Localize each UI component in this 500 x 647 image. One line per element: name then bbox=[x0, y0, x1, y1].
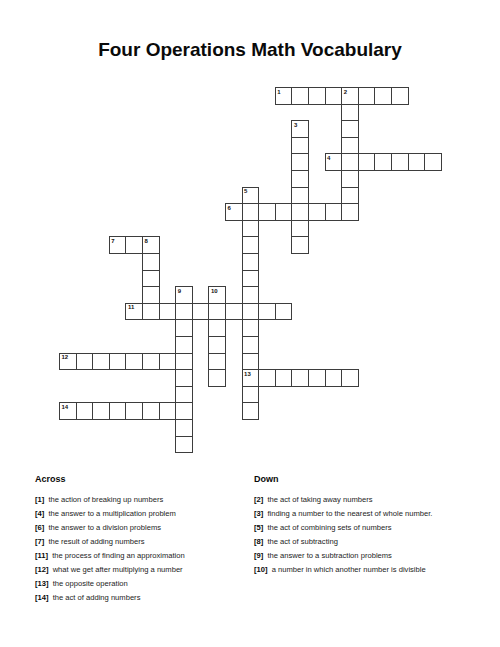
grid-cell bbox=[325, 87, 343, 105]
grid-cell bbox=[109, 402, 127, 420]
clue-item: [8] the act of subtracting bbox=[254, 535, 432, 549]
clue-item-number: [5] bbox=[254, 523, 263, 532]
across-clue-list: [1] the action of breaking up numbers[4]… bbox=[35, 493, 185, 605]
grid-cell bbox=[242, 353, 260, 371]
grid-cell: 8 bbox=[142, 236, 160, 254]
clue-item: [5] the act of combining sets of numbers bbox=[254, 521, 432, 535]
clue-item: [2] the act of taking away numbers bbox=[254, 493, 432, 507]
grid-cell bbox=[291, 203, 309, 221]
grid-cell: 9 bbox=[175, 286, 193, 304]
clue-number: 8 bbox=[145, 238, 148, 245]
grid-cell: 10 bbox=[208, 286, 226, 304]
grid-cell: 3 bbox=[291, 120, 309, 138]
grid-cell bbox=[175, 319, 193, 337]
grid-cell bbox=[291, 137, 309, 155]
grid-cell bbox=[325, 369, 343, 387]
grid-cell bbox=[159, 353, 177, 371]
grid-cell bbox=[76, 402, 94, 420]
clue-item-number: [3] bbox=[254, 509, 263, 518]
grid-cell bbox=[242, 336, 260, 354]
clue-number: 10 bbox=[211, 288, 218, 295]
grid-cell bbox=[242, 286, 260, 304]
grid-cell bbox=[242, 303, 260, 321]
grid-cell bbox=[208, 319, 226, 337]
grid-cell bbox=[374, 153, 392, 171]
grid-cell bbox=[242, 236, 260, 254]
clue-item: [1] the action of breaking up numbers bbox=[35, 493, 185, 507]
clue-item: [9] the answer to a subtraction problems bbox=[254, 549, 432, 563]
grid-cell bbox=[242, 402, 260, 420]
grid-cell bbox=[341, 369, 359, 387]
clue-number: 14 bbox=[62, 404, 69, 411]
grid-cell bbox=[308, 203, 326, 221]
down-header: Down bbox=[254, 474, 432, 484]
grid-cell bbox=[291, 153, 309, 171]
clue-item-number: [6] bbox=[35, 523, 44, 532]
clue-item-number: [11] bbox=[35, 551, 48, 560]
grid-cell bbox=[291, 187, 309, 205]
grid-cell bbox=[291, 87, 309, 105]
clue-number: 9 bbox=[178, 288, 181, 295]
grid-cell bbox=[291, 220, 309, 238]
grid-cell bbox=[208, 336, 226, 354]
grid-cell bbox=[175, 402, 193, 420]
grid-cell bbox=[308, 87, 326, 105]
grid-cell bbox=[341, 120, 359, 138]
grid-cell bbox=[275, 369, 293, 387]
clue-item: [11] the process of finding an approxima… bbox=[35, 549, 185, 563]
clue-item-number: [7] bbox=[35, 537, 44, 546]
down-clue-list: [2] the act of taking away numbers[3] fi… bbox=[254, 493, 432, 577]
grid-cell bbox=[76, 353, 94, 371]
clue-number: 12 bbox=[62, 354, 69, 361]
grid-cell bbox=[208, 369, 226, 387]
clue-item: [4] the answer to a multiplication probl… bbox=[35, 507, 185, 521]
clue-item: [7] the result of adding numbers bbox=[35, 535, 185, 549]
grid-cell bbox=[391, 153, 409, 171]
grid-cell bbox=[242, 270, 260, 288]
grid-cell bbox=[175, 436, 193, 454]
grid-cell bbox=[308, 369, 326, 387]
clue-item-number: [10] bbox=[254, 565, 268, 574]
grid-cell bbox=[258, 303, 276, 321]
grid-cell bbox=[142, 303, 160, 321]
grid-cell bbox=[275, 303, 293, 321]
grid-cell bbox=[125, 236, 143, 254]
clue-item-number: [8] bbox=[254, 537, 263, 546]
clue-number: 6 bbox=[228, 205, 231, 212]
clue-number: 7 bbox=[111, 238, 114, 245]
clue-number: 3 bbox=[294, 122, 297, 129]
grid-cell bbox=[242, 386, 260, 404]
clue-item-number: [12] bbox=[35, 565, 49, 574]
grid-cell bbox=[109, 353, 127, 371]
grid-cell bbox=[358, 87, 376, 105]
grid-cell: 13 bbox=[242, 369, 260, 387]
grid-cell: 5 bbox=[242, 187, 260, 205]
grid-cell bbox=[175, 336, 193, 354]
grid-cell bbox=[408, 153, 426, 171]
down-clues-column: Down [2] the act of taking away numbers[… bbox=[254, 474, 432, 577]
grid-cell bbox=[341, 187, 359, 205]
grid-cell bbox=[341, 170, 359, 188]
grid-cell bbox=[424, 153, 442, 171]
grid-cell bbox=[341, 153, 359, 171]
grid-cell: 11 bbox=[125, 303, 143, 321]
clue-item-number: [13] bbox=[35, 579, 49, 588]
grid-cell bbox=[242, 220, 260, 238]
page-title: Four Operations Math Vocabulary bbox=[0, 39, 500, 61]
clue-number: 13 bbox=[244, 371, 251, 378]
clue-number: 4 bbox=[327, 155, 330, 162]
grid-cell bbox=[242, 319, 260, 337]
grid-cell bbox=[208, 353, 226, 371]
grid-cell bbox=[125, 402, 143, 420]
grid-cell bbox=[142, 402, 160, 420]
grid-cell bbox=[341, 203, 359, 221]
grid-cell bbox=[142, 253, 160, 271]
grid-cell: 6 bbox=[225, 203, 243, 221]
grid-cell bbox=[175, 369, 193, 387]
grid-cell: 12 bbox=[59, 353, 77, 371]
clue-item: [14] the act of adding numbers bbox=[35, 591, 185, 605]
clue-item-number: [9] bbox=[254, 551, 263, 560]
grid-cell bbox=[258, 203, 276, 221]
grid-cell bbox=[142, 286, 160, 304]
grid-cell bbox=[341, 104, 359, 122]
clue-item-number: [14] bbox=[35, 593, 49, 602]
grid-cell bbox=[391, 87, 409, 105]
grid-cell bbox=[159, 402, 177, 420]
grid-cell bbox=[175, 419, 193, 437]
clue-number: 5 bbox=[244, 188, 247, 195]
across-clues-column: Across [1] the action of breaking up num… bbox=[35, 474, 185, 605]
grid-cell bbox=[208, 303, 226, 321]
grid-cell bbox=[175, 386, 193, 404]
grid-cell bbox=[142, 353, 160, 371]
grid-cell bbox=[325, 203, 343, 221]
grid-cell bbox=[374, 87, 392, 105]
clue-item: [3] finding a number to the nearest of w… bbox=[254, 507, 432, 521]
grid-cell bbox=[291, 170, 309, 188]
grid-cell bbox=[92, 353, 110, 371]
grid-cell bbox=[125, 353, 143, 371]
grid-cell: 1 bbox=[275, 87, 293, 105]
worksheet-page: Four Operations Math Vocabulary 12345678… bbox=[0, 0, 500, 647]
clue-item: [10] a number in which another number is… bbox=[254, 563, 432, 577]
grid-cell: 14 bbox=[59, 402, 77, 420]
grid-cell bbox=[175, 303, 193, 321]
grid-cell bbox=[291, 236, 309, 254]
grid-cell bbox=[242, 253, 260, 271]
grid-cell bbox=[142, 270, 160, 288]
clue-item-number: [2] bbox=[254, 495, 263, 504]
clue-item: [12] what we get after multiplying a num… bbox=[35, 563, 185, 577]
grid-cell: 7 bbox=[109, 236, 127, 254]
clue-number: 1 bbox=[277, 89, 280, 96]
grid-cell: 4 bbox=[325, 153, 343, 171]
clue-number: 11 bbox=[128, 304, 134, 311]
clue-item-number: [4] bbox=[35, 509, 44, 518]
clue-item-number: [1] bbox=[35, 495, 44, 504]
clue-item: [13] the opposite operation bbox=[35, 577, 185, 591]
grid-cell bbox=[358, 153, 376, 171]
grid-cell bbox=[341, 137, 359, 155]
grid-cell bbox=[275, 203, 293, 221]
grid-cell bbox=[92, 402, 110, 420]
grid-cell bbox=[258, 369, 276, 387]
grid-cell bbox=[225, 303, 243, 321]
grid-cell bbox=[242, 203, 260, 221]
grid-cell bbox=[192, 303, 210, 321]
grid-cell bbox=[159, 303, 177, 321]
across-header: Across bbox=[35, 474, 185, 484]
grid-cell bbox=[175, 353, 193, 371]
grid-cell: 2 bbox=[341, 87, 359, 105]
grid-cell bbox=[291, 369, 309, 387]
clue-number: 2 bbox=[344, 89, 347, 96]
clue-item: [6] the answer to a division problems bbox=[35, 521, 185, 535]
